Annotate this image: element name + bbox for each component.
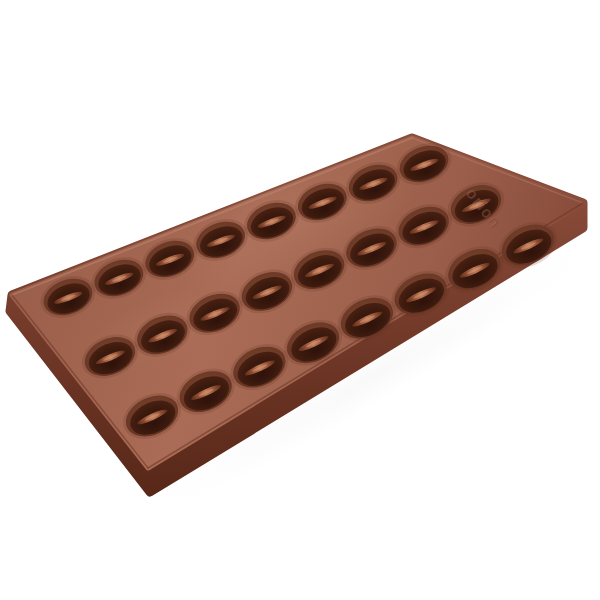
product-photo: orion orion bbox=[0, 0, 600, 600]
mold-photo-svg: orion orion bbox=[0, 0, 600, 600]
